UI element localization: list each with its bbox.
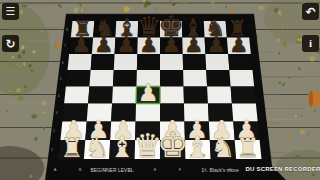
square-a4[interactable]	[64, 87, 89, 104]
square-h5[interactable]	[229, 70, 254, 87]
square-c5[interactable]	[113, 70, 137, 87]
piece-black-p-g7[interactable]: ♟	[206, 32, 226, 57]
piece-black-p-h7[interactable]: ♟	[229, 32, 249, 57]
file-label: B	[79, 167, 82, 172]
watermark: DU SCREEN RECORDER	[246, 166, 320, 172]
piece-white-b-c1[interactable]: ♝	[109, 130, 135, 164]
rank-label: 2	[53, 129, 55, 133]
info-button[interactable]: i	[302, 35, 319, 52]
square-c4[interactable]	[112, 87, 136, 104]
piece-white-b-f1[interactable]: ♝	[185, 130, 211, 164]
move-status: 1... Black's move	[201, 167, 239, 173]
rank-label: 8	[66, 28, 68, 32]
file-label: A	[54, 167, 57, 172]
info-icon: i	[309, 38, 312, 49]
app-screen: ABCDEFGH12345678♜♞♝♛♚♝♞♜♟♟♟♟♟♟♟♟♟♟♟♟♟♟♟♟…	[0, 0, 320, 180]
file-label: E	[154, 167, 157, 172]
piece-white-n-g1[interactable]: ♞	[210, 131, 235, 163]
square-b5[interactable]	[89, 70, 113, 87]
square-f4[interactable]	[184, 87, 208, 104]
square-f5[interactable]	[183, 70, 207, 87]
square-e5[interactable]	[160, 70, 184, 87]
piece-black-p-b7[interactable]: ♟	[94, 32, 114, 57]
hud-overlay: BEGINNER LEVEL 1... Black's move DU SCRE…	[90, 166, 320, 173]
chess-board-scene[interactable]: ABCDEFGH12345678♜♞♝♛♚♝♞♜♟♟♟♟♟♟♟♟♟♟♟♟♟♟♟♟…	[0, 0, 320, 180]
square-g4[interactable]	[207, 87, 232, 104]
piece-black-p-c7[interactable]: ♟	[116, 32, 136, 57]
rank-label: 5	[60, 77, 62, 81]
level-label: BEGINNER LEVEL	[90, 167, 133, 173]
rank-label: 3	[56, 111, 58, 115]
undo-icon: ↶	[305, 6, 315, 18]
piece-white-n-b1[interactable]: ♞	[85, 131, 110, 163]
menu-icon: ☰	[6, 6, 16, 17]
replay-icon: ↻	[5, 38, 15, 50]
piece-white-r-h1[interactable]: ♜	[236, 132, 260, 163]
piece-white-p-d4[interactable]: ♟	[138, 79, 159, 107]
square-e4[interactable]	[160, 87, 184, 104]
rank-label: 4	[58, 94, 60, 98]
piece-black-p-e7[interactable]: ♟	[161, 32, 181, 57]
square-b4[interactable]	[88, 87, 113, 104]
piece-white-k-e1[interactable]: ♚	[157, 125, 188, 165]
rank-label: 1	[51, 148, 53, 152]
piece-black-p-d7[interactable]: ♟	[139, 32, 159, 57]
piece-black-p-a7[interactable]: ♟	[71, 32, 91, 57]
piece-white-r-a1[interactable]: ♜	[60, 132, 84, 163]
square-g5[interactable]	[206, 70, 230, 87]
rank-label: 7	[64, 44, 66, 48]
replay-button[interactable]: ↻	[2, 35, 19, 52]
rank-label: 6	[62, 61, 64, 65]
menu-button[interactable]: ☰	[2, 3, 19, 20]
square-a5[interactable]	[66, 70, 91, 87]
piece-black-p-f7[interactable]: ♟	[184, 32, 204, 57]
square-h4[interactable]	[231, 87, 256, 104]
undo-button[interactable]: ↶	[302, 3, 319, 20]
